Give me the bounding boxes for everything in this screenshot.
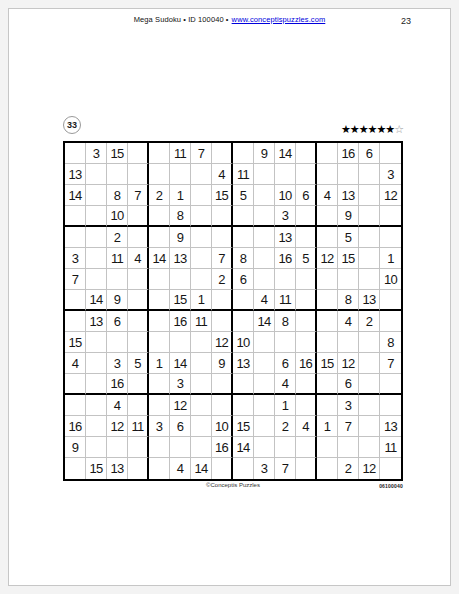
cell-r1c11[interactable]: 14 [275,143,296,164]
cell-r6c12[interactable]: 5 [296,248,317,269]
cell-r10c15[interactable] [359,332,380,353]
cell-r10c7[interactable] [191,332,212,353]
cell-r4c1[interactable] [65,206,86,227]
cell-r11c13[interactable]: 15 [317,353,338,374]
cell-r12c4[interactable] [128,374,149,395]
cell-r11c4[interactable]: 5 [128,353,149,374]
cell-r13c3[interactable]: 4 [107,395,128,416]
cell-r2c5[interactable] [149,164,170,185]
cell-r5c9[interactable] [233,227,254,248]
cell-r15c8[interactable]: 16 [212,437,233,458]
cell-r16c2[interactable]: 15 [86,458,107,479]
cell-r5c2[interactable] [86,227,107,248]
cell-r14c16[interactable]: 13 [380,416,401,437]
cell-r1c14[interactable]: 16 [338,143,359,164]
cell-r13c12[interactable] [296,395,317,416]
page-number: 23 [401,16,411,26]
star-filled-icons: ★★★★★★ [341,123,394,135]
cell-r4c11[interactable]: 3 [275,206,296,227]
cell-r1c13[interactable] [317,143,338,164]
cell-r14c13[interactable]: 1 [317,416,338,437]
cell-r2c2[interactable] [86,164,107,185]
cell-r3c14[interactable]: 13 [338,185,359,206]
cell-r10c9[interactable]: 10 [233,332,254,353]
cell-r5c11[interactable]: 13 [275,227,296,248]
cell-r14c15[interactable] [359,416,380,437]
cell-r10c3[interactable] [107,332,128,353]
cell-r4c13[interactable] [317,206,338,227]
cell-r15c1[interactable]: 9 [65,437,86,458]
cell-r12c16[interactable] [380,374,401,395]
cell-r11c5[interactable]: 1 [149,353,170,374]
cell-r4c6[interactable]: 8 [170,206,191,227]
page-header: Mega Sudoku • ID 100040 •www.conceptispu… [9,15,450,24]
cell-r13c4[interactable] [128,395,149,416]
cell-r3c5[interactable]: 2 [149,185,170,206]
cell-r1c7[interactable]: 7 [191,143,212,164]
cell-r10c14[interactable] [338,332,359,353]
cell-r11c11[interactable]: 6 [275,353,296,374]
cell-r15c5[interactable] [149,437,170,458]
cell-r14c10[interactable] [254,416,275,437]
cell-r6c10[interactable] [254,248,275,269]
cell-r12c15[interactable] [359,374,380,395]
cell-r7c3[interactable] [107,269,128,290]
cell-r5c13[interactable] [317,227,338,248]
cell-r13c9[interactable] [233,395,254,416]
cell-r11c3[interactable]: 3 [107,353,128,374]
cell-r15c4[interactable] [128,437,149,458]
page: Mega Sudoku • ID 100040 •www.conceptispu… [8,8,451,586]
cell-r16c8[interactable] [212,458,233,479]
cell-r4c4[interactable] [128,206,149,227]
cell-r5c6[interactable]: 9 [170,227,191,248]
cell-r7c5[interactable] [149,269,170,290]
cell-r14c4[interactable]: 11 [128,416,149,437]
cell-r8c5[interactable] [149,290,170,311]
cell-r8c9[interactable] [233,290,254,311]
cell-r3c6[interactable]: 1 [170,185,191,206]
cell-r12c8[interactable] [212,374,233,395]
cell-r13c11[interactable]: 1 [275,395,296,416]
cell-r3c2[interactable] [86,185,107,206]
cell-r6c14[interactable]: 15 [338,248,359,269]
cell-r11c7[interactable] [191,353,212,374]
cell-r10c10[interactable] [254,332,275,353]
cell-r8c10[interactable]: 4 [254,290,275,311]
cell-r16c1[interactable] [65,458,86,479]
cell-r8c6[interactable]: 15 [170,290,191,311]
cell-r15c13[interactable] [317,437,338,458]
cell-r12c5[interactable] [149,374,170,395]
cell-r12c13[interactable] [317,374,338,395]
cell-r5c1[interactable] [65,227,86,248]
cell-r9c6[interactable]: 16 [170,311,191,332]
cell-r16c13[interactable] [317,458,338,479]
star-empty-icon: ☆ [394,123,403,135]
cell-r14c14[interactable]: 7 [338,416,359,437]
cell-r9c14[interactable]: 4 [338,311,359,332]
cell-r1c9[interactable] [233,143,254,164]
header-link[interactable]: www.conceptispuzzles.com [232,15,326,24]
cell-r13c16[interactable] [380,395,401,416]
cell-r2c4[interactable] [128,164,149,185]
cell-r2c3[interactable] [107,164,128,185]
cell-r9c11[interactable]: 8 [275,311,296,332]
cell-r7c13[interactable] [317,269,338,290]
cell-r12c11[interactable]: 4 [275,374,296,395]
cell-r9c7[interactable]: 11 [191,311,212,332]
cell-r6c4[interactable]: 4 [128,248,149,269]
cell-r1c6[interactable]: 11 [170,143,191,164]
cell-r2c6[interactable] [170,164,191,185]
cell-r1c12[interactable] [296,143,317,164]
cell-r15c2[interactable] [86,437,107,458]
cell-r2c8[interactable]: 4 [212,164,233,185]
cell-r3c9[interactable]: 5 [233,185,254,206]
cell-r15c16[interactable]: 11 [380,437,401,458]
cell-r11c1[interactable]: 4 [65,353,86,374]
puzzle-meta-row: 33 ★★★★★★☆ [63,115,403,140]
cell-r1c4[interactable] [128,143,149,164]
cell-r2c7[interactable] [191,164,212,185]
cell-r12c1[interactable] [65,374,86,395]
cell-r9c1[interactable] [65,311,86,332]
copyright-text: ©Conceptis Puzzles [63,482,403,488]
cell-r12c12[interactable] [296,374,317,395]
cell-r1c1[interactable] [65,143,86,164]
cell-r7c11[interactable] [275,269,296,290]
cell-r4c5[interactable] [149,206,170,227]
cell-r10c8[interactable]: 12 [212,332,233,353]
cell-r10c1[interactable]: 15 [65,332,86,353]
cell-r4c10[interactable] [254,206,275,227]
cell-r15c14[interactable] [338,437,359,458]
cell-r3c7[interactable] [191,185,212,206]
cell-r5c15[interactable] [359,227,380,248]
cell-r3c15[interactable] [359,185,380,206]
cell-r7c15[interactable] [359,269,380,290]
cell-r10c2[interactable] [86,332,107,353]
cell-r16c6[interactable]: 4 [170,458,191,479]
cell-r11c10[interactable] [254,353,275,374]
cell-r13c15[interactable] [359,395,380,416]
cell-r5c12[interactable] [296,227,317,248]
cell-r9c15[interactable]: 2 [359,311,380,332]
cell-r3c10[interactable] [254,185,275,206]
cell-r8c3[interactable]: 9 [107,290,128,311]
cell-r8c4[interactable] [128,290,149,311]
cell-r14c7[interactable] [191,416,212,437]
cell-r15c6[interactable] [170,437,191,458]
cell-r7c2[interactable] [86,269,107,290]
cell-r9c10[interactable]: 14 [254,311,275,332]
cell-r4c12[interactable] [296,206,317,227]
cell-r14c8[interactable]: 10 [212,416,233,437]
cell-r16c12[interactable] [296,458,317,479]
cell-r14c11[interactable]: 2 [275,416,296,437]
pdf-background: Mega Sudoku • ID 100040 •www.conceptispu… [0,0,459,594]
cell-r4c16[interactable] [380,206,401,227]
cell-r15c11[interactable] [275,437,296,458]
cell-r2c9[interactable]: 11 [233,164,254,185]
cell-r9c2[interactable]: 13 [86,311,107,332]
cell-r6c5[interactable]: 14 [149,248,170,269]
cell-r6c7[interactable] [191,248,212,269]
cell-r10c6[interactable] [170,332,191,353]
cell-r16c9[interactable] [233,458,254,479]
cell-r1c8[interactable] [212,143,233,164]
cell-r13c8[interactable] [212,395,233,416]
cell-r7c10[interactable] [254,269,275,290]
cell-r11c15[interactable] [359,353,380,374]
cell-r3c3[interactable]: 8 [107,185,128,206]
cell-r4c7[interactable] [191,206,212,227]
cell-r12c14[interactable]: 6 [338,374,359,395]
cell-r2c13[interactable] [317,164,338,185]
cell-r8c13[interactable] [317,290,338,311]
cell-r1c2[interactable]: 3 [86,143,107,164]
cell-r3c4[interactable]: 7 [128,185,149,206]
cell-r4c8[interactable] [212,206,233,227]
cell-r10c16[interactable]: 8 [380,332,401,353]
sudoku-grid: 3151179141661341131487211551064131210839… [63,141,403,481]
cell-r11c16[interactable]: 7 [380,353,401,374]
cell-r10c12[interactable] [296,332,317,353]
cell-r1c5[interactable] [149,143,170,164]
cell-r5c7[interactable] [191,227,212,248]
puzzle-number-badge: 33 [63,116,81,134]
cell-r9c8[interactable] [212,311,233,332]
cell-r5c8[interactable] [212,227,233,248]
cell-r8c7[interactable]: 1 [191,290,212,311]
cell-r8c12[interactable] [296,290,317,311]
cell-r2c1[interactable]: 13 [65,164,86,185]
cell-r14c9[interactable]: 15 [233,416,254,437]
cell-r16c10[interactable]: 3 [254,458,275,479]
cell-r9c13[interactable] [317,311,338,332]
cell-r14c2[interactable] [86,416,107,437]
cell-r11c6[interactable]: 14 [170,353,191,374]
cell-r1c10[interactable]: 9 [254,143,275,164]
cell-r7c9[interactable]: 6 [233,269,254,290]
cell-r4c9[interactable] [233,206,254,227]
cell-r9c4[interactable] [128,311,149,332]
cell-r13c14[interactable]: 3 [338,395,359,416]
cell-r8c15[interactable]: 13 [359,290,380,311]
cell-r11c8[interactable]: 9 [212,353,233,374]
cell-r15c12[interactable] [296,437,317,458]
cell-r14c12[interactable]: 4 [296,416,317,437]
cell-r9c12[interactable] [296,311,317,332]
cell-r11c2[interactable] [86,353,107,374]
cell-r1c15[interactable]: 6 [359,143,380,164]
cell-r14c6[interactable]: 6 [170,416,191,437]
cell-r13c2[interactable] [86,395,107,416]
cell-r7c1[interactable]: 7 [65,269,86,290]
cell-r11c12[interactable]: 16 [296,353,317,374]
cell-r3c1[interactable]: 14 [65,185,86,206]
cell-r5c3[interactable]: 2 [107,227,128,248]
cell-r10c4[interactable] [128,332,149,353]
cell-r7c8[interactable]: 2 [212,269,233,290]
cell-r3c12[interactable]: 6 [296,185,317,206]
cell-r13c6[interactable]: 12 [170,395,191,416]
cell-r5c4[interactable] [128,227,149,248]
cell-r13c13[interactable] [317,395,338,416]
cell-r7c16[interactable]: 10 [380,269,401,290]
cell-r9c16[interactable] [380,311,401,332]
cell-r5c10[interactable] [254,227,275,248]
cell-r7c14[interactable] [338,269,359,290]
cell-r2c16[interactable]: 3 [380,164,401,185]
cell-r2c15[interactable] [359,164,380,185]
cell-r6c13[interactable]: 12 [317,248,338,269]
cell-r4c2[interactable] [86,206,107,227]
cell-r7c4[interactable] [128,269,149,290]
cell-r2c10[interactable] [254,164,275,185]
cell-r16c16[interactable] [380,458,401,479]
cell-r14c5[interactable]: 3 [149,416,170,437]
cell-r7c12[interactable] [296,269,317,290]
puzzle-number: 33 [67,120,77,130]
cell-r4c14[interactable]: 9 [338,206,359,227]
cell-r2c12[interactable] [296,164,317,185]
cell-r16c14[interactable]: 2 [338,458,359,479]
cell-r16c11[interactable]: 7 [275,458,296,479]
cell-r6c3[interactable]: 11 [107,248,128,269]
grid-footer: ©Conceptis Puzzles 06100040 [63,482,403,492]
cell-r8c2[interactable]: 14 [86,290,107,311]
cell-r6c15[interactable] [359,248,380,269]
cell-r16c7[interactable]: 14 [191,458,212,479]
cell-r6c8[interactable]: 7 [212,248,233,269]
cell-r9c9[interactable] [233,311,254,332]
cell-r1c16[interactable] [380,143,401,164]
cell-r2c14[interactable] [338,164,359,185]
cell-r12c9[interactable] [233,374,254,395]
cell-r13c5[interactable] [149,395,170,416]
cell-r5c5[interactable] [149,227,170,248]
cell-r12c10[interactable] [254,374,275,395]
cell-r14c3[interactable]: 12 [107,416,128,437]
cell-r15c3[interactable] [107,437,128,458]
cell-r2c11[interactable] [275,164,296,185]
cell-r5c14[interactable]: 5 [338,227,359,248]
cell-r13c10[interactable] [254,395,275,416]
cell-r14c1[interactable]: 16 [65,416,86,437]
cell-r11c14[interactable]: 12 [338,353,359,374]
cell-r10c13[interactable] [317,332,338,353]
cell-r15c7[interactable] [191,437,212,458]
header-title: Mega Sudoku • ID 100040 • [134,15,229,24]
cell-r15c15[interactable] [359,437,380,458]
cell-r16c5[interactable] [149,458,170,479]
cell-r1c3[interactable]: 15 [107,143,128,164]
cell-r6c6[interactable]: 13 [170,248,191,269]
cell-r6c1[interactable]: 3 [65,248,86,269]
puzzle-code: 06100040 [379,483,403,489]
cell-r3c13[interactable]: 4 [317,185,338,206]
cell-r13c1[interactable] [65,395,86,416]
cell-r15c10[interactable] [254,437,275,458]
cell-r9c3[interactable]: 6 [107,311,128,332]
cell-r16c3[interactable]: 13 [107,458,128,479]
cell-r6c9[interactable]: 8 [233,248,254,269]
cell-r8c11[interactable]: 11 [275,290,296,311]
cell-r16c15[interactable]: 12 [359,458,380,479]
cell-r15c9[interactable]: 14 [233,437,254,458]
cell-r5c16[interactable] [380,227,401,248]
cell-r8c16[interactable] [380,290,401,311]
cell-r12c2[interactable] [86,374,107,395]
cell-r4c3[interactable]: 10 [107,206,128,227]
cell-r3c8[interactable]: 15 [212,185,233,206]
cell-r16c4[interactable] [128,458,149,479]
cell-r10c11[interactable] [275,332,296,353]
cell-r7c7[interactable] [191,269,212,290]
cell-r13c7[interactable] [191,395,212,416]
cell-r12c6[interactable]: 3 [170,374,191,395]
difficulty-stars: ★★★★★★☆ [341,124,403,135]
cell-r8c14[interactable]: 8 [338,290,359,311]
cell-r7c6[interactable] [170,269,191,290]
cell-r10c5[interactable] [149,332,170,353]
cell-r11c9[interactable]: 13 [233,353,254,374]
cell-r9c5[interactable] [149,311,170,332]
cell-r3c16[interactable]: 12 [380,185,401,206]
cell-r6c2[interactable] [86,248,107,269]
cell-r8c8[interactable] [212,290,233,311]
cell-r12c3[interactable]: 16 [107,374,128,395]
cell-r6c11[interactable]: 16 [275,248,296,269]
cell-r12c7[interactable] [191,374,212,395]
cell-r4c15[interactable] [359,206,380,227]
cell-r6c16[interactable]: 1 [380,248,401,269]
cell-r8c1[interactable] [65,290,86,311]
cell-r3c11[interactable]: 10 [275,185,296,206]
